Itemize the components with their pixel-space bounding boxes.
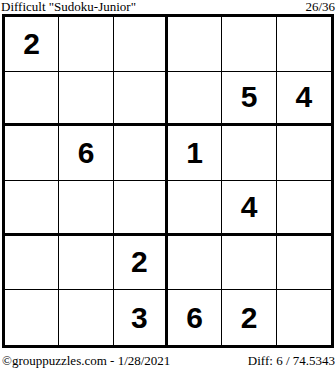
cell-r2c2-empty[interactable] (59, 72, 113, 127)
cell-r2c5-given: 5 (222, 72, 276, 127)
cell-r2c4-empty[interactable] (168, 72, 222, 127)
cell-r1c3-empty[interactable] (114, 17, 168, 72)
cell-r6c4-given: 6 (168, 290, 222, 345)
cell-r3c1-empty[interactable] (5, 126, 59, 181)
cell-r4c6-empty[interactable] (277, 181, 331, 236)
sudoku-board: 2546142362 (2, 14, 334, 348)
puzzle-counter: 26/36 (305, 0, 335, 13)
footer: ©grouppuzzles.com - 1/28/2021 Diff: 6 / … (2, 354, 335, 368)
cell-r2c6-given: 4 (277, 72, 331, 127)
cell-r6c6-empty[interactable] (277, 290, 331, 345)
cell-r6c1-empty[interactable] (5, 290, 59, 345)
cell-r4c1-empty[interactable] (5, 181, 59, 236)
cell-r3c6-empty[interactable] (277, 126, 331, 181)
cell-r1c1-given: 2 (5, 17, 59, 72)
cell-r6c2-empty[interactable] (59, 290, 113, 345)
cell-r5c1-empty[interactable] (5, 236, 59, 291)
cell-r3c3-empty[interactable] (114, 126, 168, 181)
cell-r4c3-empty[interactable] (114, 181, 168, 236)
cell-r2c1-empty[interactable] (5, 72, 59, 127)
cell-r6c3-given: 3 (114, 290, 168, 345)
cell-r4c5-given: 4 (222, 181, 276, 236)
cell-r5c3-given: 2 (114, 236, 168, 291)
cell-r3c4-given: 1 (168, 126, 222, 181)
cell-r2c3-empty[interactable] (114, 72, 168, 127)
copyright-text: ©grouppuzzles.com - 1/28/2021 (2, 354, 170, 368)
cell-r3c5-empty[interactable] (222, 126, 276, 181)
puzzle-title: Difficult "Sudoku-Junior" (1, 0, 136, 13)
cell-r1c6-empty[interactable] (277, 17, 331, 72)
cell-r3c2-given: 6 (59, 126, 113, 181)
cell-r4c2-empty[interactable] (59, 181, 113, 236)
header: Difficult "Sudoku-Junior" 26/36 (1, 0, 335, 13)
cell-r5c5-empty[interactable] (222, 236, 276, 291)
cell-r5c2-empty[interactable] (59, 236, 113, 291)
cell-r1c2-empty[interactable] (59, 17, 113, 72)
cell-r5c6-empty[interactable] (277, 236, 331, 291)
cell-r4c4-empty[interactable] (168, 181, 222, 236)
sudoku-junior-page: Difficult "Sudoku-Junior" 26/36 25461423… (0, 0, 336, 370)
cell-r5c4-empty[interactable] (168, 236, 222, 291)
cell-r6c5-given: 2 (222, 290, 276, 345)
cell-r1c4-empty[interactable] (168, 17, 222, 72)
cell-r1c5-empty[interactable] (222, 17, 276, 72)
difficulty-text: Diff: 6 / 74.5343 (248, 354, 335, 368)
